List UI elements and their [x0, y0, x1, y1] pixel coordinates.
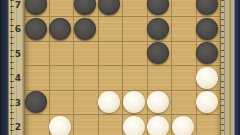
cell-e3[interactable] [123, 91, 148, 116]
cell-g3[interactable] [172, 91, 197, 116]
black-piece[interactable] [49, 18, 71, 40]
black-piece[interactable] [196, 42, 218, 64]
cell-g4[interactable] [172, 66, 197, 91]
cell-f5[interactable] [148, 42, 173, 67]
rank-label-4: 4 [13, 72, 23, 84]
cell-f6[interactable] [148, 17, 173, 42]
black-piece[interactable] [98, 0, 120, 15]
cell-c7[interactable] [74, 0, 99, 17]
rank-label-6: 6 [13, 23, 23, 35]
black-piece[interactable] [25, 18, 47, 40]
cell-g6[interactable] [172, 17, 197, 42]
black-piece[interactable] [147, 42, 169, 64]
black-piece[interactable] [74, 0, 96, 15]
cell-f2[interactable] [148, 115, 173, 135]
dama-board [24, 0, 221, 135]
cell-b7[interactable] [50, 0, 75, 17]
white-piece[interactable] [98, 91, 120, 113]
black-piece[interactable] [25, 0, 47, 15]
cell-b5[interactable] [50, 42, 75, 67]
cell-g2[interactable] [172, 115, 197, 135]
rank-label-5: 5 [13, 48, 23, 60]
cell-f7[interactable] [148, 0, 173, 17]
rank-label-3: 3 [13, 97, 23, 109]
background-left-strip [0, 0, 8, 135]
cell-a3[interactable] [25, 91, 50, 116]
cell-c2[interactable] [74, 115, 99, 135]
cell-e6[interactable] [123, 17, 148, 42]
white-piece[interactable] [147, 116, 169, 135]
black-piece[interactable] [147, 18, 169, 40]
cell-f4[interactable] [148, 66, 173, 91]
cell-e5[interactable] [123, 42, 148, 67]
cell-a4[interactable] [25, 66, 50, 91]
cell-b2[interactable] [50, 115, 75, 135]
black-piece[interactable] [25, 91, 47, 113]
cell-c3[interactable] [74, 91, 99, 116]
cell-c5[interactable] [74, 42, 99, 67]
cell-a2[interactable] [25, 115, 50, 135]
cell-d5[interactable] [99, 42, 124, 67]
white-piece[interactable] [196, 67, 218, 89]
ruler-tick-marks [10, 0, 14, 135]
dama-game-screen: 765432 [0, 0, 240, 135]
cell-d3[interactable] [99, 91, 124, 116]
cell-h3[interactable] [197, 91, 222, 116]
cell-e4[interactable] [123, 66, 148, 91]
cell-h4[interactable] [197, 66, 222, 91]
right-frame-ruler [220, 0, 234, 135]
white-piece[interactable] [147, 91, 169, 113]
black-piece[interactable] [196, 18, 218, 40]
cell-b3[interactable] [50, 91, 75, 116]
rank-label-2: 2 [13, 121, 23, 133]
background-right-strip [234, 0, 240, 135]
black-piece[interactable] [74, 18, 96, 40]
white-piece[interactable] [123, 116, 145, 135]
cell-a7[interactable] [25, 0, 50, 17]
cell-h5[interactable] [197, 42, 222, 67]
ruler-tick-marks [221, 0, 224, 135]
cell-c6[interactable] [74, 17, 99, 42]
white-piece[interactable] [49, 116, 71, 135]
cell-d7[interactable] [99, 0, 124, 17]
left-coordinate-ruler: 765432 [8, 0, 24, 135]
cell-h6[interactable] [197, 17, 222, 42]
black-piece[interactable] [147, 0, 169, 15]
cell-d4[interactable] [99, 66, 124, 91]
cell-d6[interactable] [99, 17, 124, 42]
cell-e7[interactable] [123, 0, 148, 17]
rank-label-7: 7 [13, 0, 23, 11]
cell-h2[interactable] [197, 115, 222, 135]
white-piece[interactable] [123, 91, 145, 113]
cell-d2[interactable] [99, 115, 124, 135]
cell-b4[interactable] [50, 66, 75, 91]
cell-a6[interactable] [25, 17, 50, 42]
white-piece[interactable] [172, 116, 194, 135]
cell-h7[interactable] [197, 0, 222, 17]
cell-g7[interactable] [172, 0, 197, 17]
black-piece[interactable] [196, 0, 218, 15]
cell-c4[interactable] [74, 66, 99, 91]
cell-b6[interactable] [50, 17, 75, 42]
white-piece[interactable] [196, 91, 218, 113]
cell-e2[interactable] [123, 115, 148, 135]
cell-f3[interactable] [148, 91, 173, 116]
cell-a5[interactable] [25, 42, 50, 67]
cell-g5[interactable] [172, 42, 197, 67]
